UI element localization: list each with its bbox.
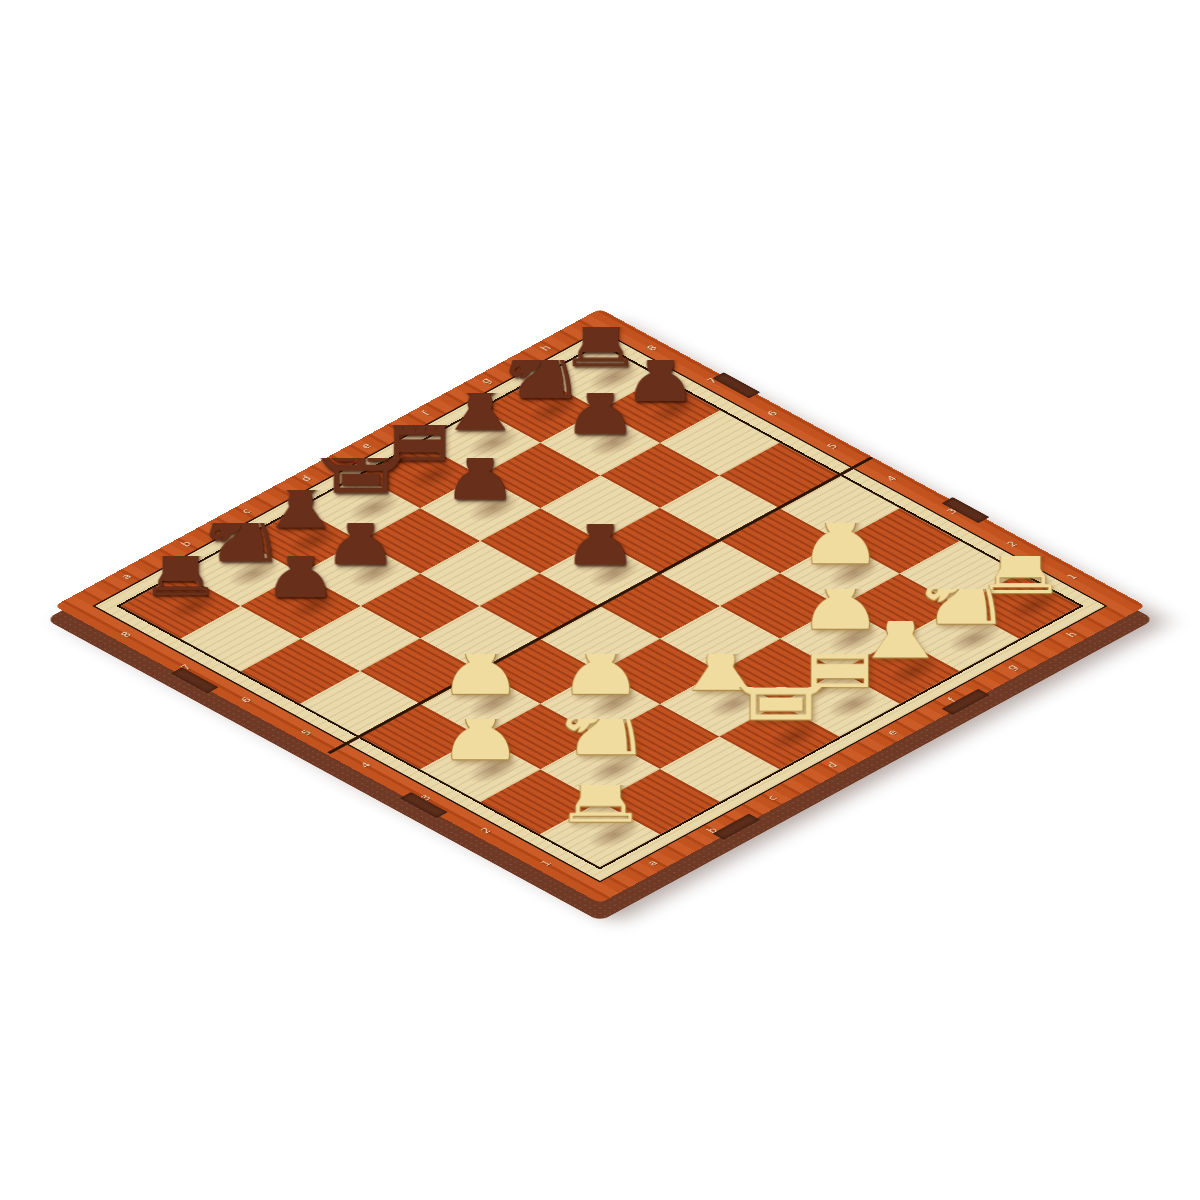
coordinate-label: e xyxy=(354,439,377,452)
coordinate-label: 6 xyxy=(760,407,783,420)
coordinate-label: 4 xyxy=(354,759,377,772)
coordinate-label: d xyxy=(294,472,317,485)
coordinate-label: 2 xyxy=(1000,537,1023,550)
coordinate-label: f xyxy=(414,407,437,420)
coordinate-label: 7 xyxy=(700,374,723,387)
coordinate-label: b xyxy=(174,537,197,550)
coordinate-label: c xyxy=(234,505,257,518)
coordinate-label: 1 xyxy=(534,857,557,870)
coordinate-label: 5 xyxy=(820,439,843,452)
coordinate-label: 8 xyxy=(641,342,664,355)
product-photo-scene: ♜♞♟♝♟♛♚♟♝♞♟♟♟♜♟♜♟♞♝♟♟♝♛♚♟♞♜ 88aa77bb66cc… xyxy=(0,0,1200,1200)
coordinate-label: 5 xyxy=(294,726,317,739)
coordinate-label: h xyxy=(534,342,557,355)
coordinate-label: 4 xyxy=(880,472,903,485)
board-square xyxy=(660,541,780,606)
coordinate-label: 2 xyxy=(474,824,497,837)
coordinate-label: 8 xyxy=(114,628,137,641)
coordinate-label: g xyxy=(474,374,497,387)
coordinate-label: 1 xyxy=(1060,570,1083,583)
coordinate-label: 6 xyxy=(234,693,257,706)
coordinate-label: a xyxy=(114,570,137,583)
